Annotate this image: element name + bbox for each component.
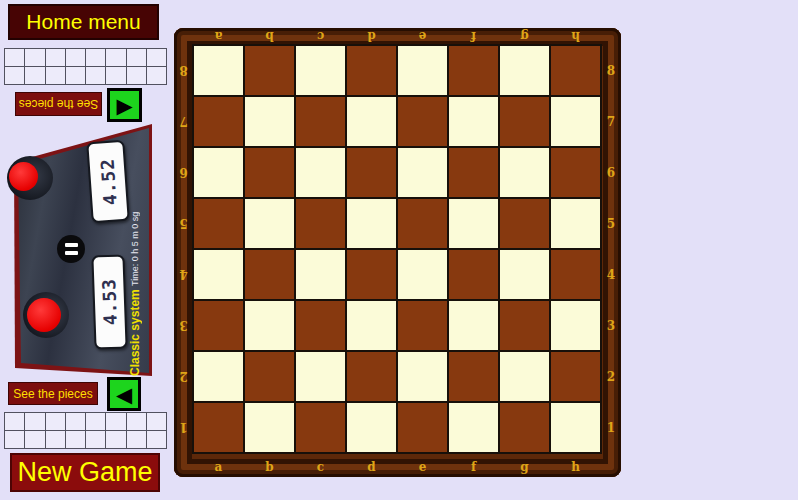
tray-cell — [86, 431, 106, 449]
clock-display-black: 4.53 — [91, 254, 127, 349]
clock-system-label: Classic system — [128, 280, 142, 376]
home-menu-button[interactable]: Home menu — [8, 4, 159, 40]
square-f8[interactable] — [449, 46, 498, 95]
see-the-pieces-label-bottom: See the pieces — [8, 382, 98, 405]
play-forward-icon: ▶ — [116, 95, 132, 116]
square-c5[interactable] — [296, 199, 345, 248]
square-d4[interactable] — [347, 250, 396, 299]
square-c3[interactable] — [296, 301, 345, 350]
clock-pause-button — [57, 235, 85, 263]
tray-cell — [25, 431, 45, 449]
square-h8[interactable] — [551, 46, 600, 95]
tray-cell — [5, 413, 25, 431]
square-g1[interactable] — [500, 403, 549, 452]
square-b4[interactable] — [245, 250, 294, 299]
tray-cell — [127, 431, 147, 449]
file-label-top-g: g — [500, 29, 549, 44]
file-label-top-b: b — [245, 29, 294, 44]
rank-label-right-2: 2 — [603, 352, 619, 401]
square-a3[interactable] — [194, 301, 243, 350]
square-g5[interactable] — [500, 199, 549, 248]
tray-cell — [46, 413, 66, 431]
tray-cell — [106, 49, 126, 67]
tray-cell — [106, 67, 126, 85]
rank-label-right-8: 8 — [603, 46, 619, 95]
square-h1[interactable] — [551, 403, 600, 452]
app-window: { "game": "chess", "position": { "fen": … — [0, 0, 798, 500]
file-label-top-f: f — [449, 29, 498, 44]
square-c8[interactable] — [296, 46, 345, 95]
square-b7[interactable] — [245, 97, 294, 146]
tray-cell — [127, 49, 147, 67]
rank-label-left-5: 5 — [176, 199, 191, 248]
rank-label-right-3: 3 — [603, 301, 619, 350]
square-b2[interactable] — [245, 352, 294, 401]
rank-label-left-1: 1 — [176, 403, 191, 452]
rank-label-left-2: 2 — [176, 352, 191, 401]
square-c4[interactable] — [296, 250, 345, 299]
tray-cell — [66, 49, 86, 67]
new-game-button[interactable]: New Game — [10, 453, 160, 492]
rank-label-right-7: 7 — [603, 97, 619, 146]
clock-time-white: 4.52 — [96, 157, 120, 206]
square-c6[interactable] — [296, 148, 345, 197]
square-a2[interactable] — [194, 352, 243, 401]
square-f4[interactable] — [449, 250, 498, 299]
tray-cell — [147, 67, 167, 85]
square-g6[interactable] — [500, 148, 549, 197]
file-label-bottom-h: h — [551, 458, 600, 475]
square-d3[interactable] — [347, 301, 396, 350]
tray-cell — [5, 431, 25, 449]
square-g8[interactable] — [500, 46, 549, 95]
square-h5[interactable] — [551, 199, 600, 248]
file-label-bottom-c: c — [296, 458, 345, 475]
file-label-top-a: a — [194, 29, 243, 44]
rank-label-left-3: 3 — [176, 301, 191, 350]
clock-time-setting-label: Time: 0 h 5 m 0 sg — [130, 186, 140, 286]
see-pieces-forward-button[interactable]: ▶ — [107, 88, 142, 122]
square-h2[interactable] — [551, 352, 600, 401]
square-g7[interactable] — [500, 97, 549, 146]
tray-cell — [86, 413, 106, 431]
square-f6[interactable] — [449, 148, 498, 197]
square-d6[interactable] — [347, 148, 396, 197]
square-g3[interactable] — [500, 301, 549, 350]
square-b1[interactable] — [245, 403, 294, 452]
square-f2[interactable] — [449, 352, 498, 401]
square-a1[interactable] — [194, 403, 243, 452]
square-g2[interactable] — [500, 352, 549, 401]
tray-cell — [106, 413, 126, 431]
tray-cell — [127, 67, 147, 85]
file-label-bottom-e: e — [398, 458, 447, 475]
square-f1[interactable] — [449, 403, 498, 452]
rank-label-right-6: 6 — [603, 148, 619, 197]
square-e8[interactable] — [398, 46, 447, 95]
file-label-bottom-d: d — [347, 458, 396, 475]
chess-clock: 4.52 4.53 Time: 0 h 5 m 0 sg Classic sys… — [2, 124, 152, 376]
square-f5[interactable] — [449, 199, 498, 248]
clock-red-button-left — [27, 298, 61, 332]
tray-cell — [147, 49, 167, 67]
square-c2[interactable] — [296, 352, 345, 401]
square-d5[interactable] — [347, 199, 396, 248]
square-c1[interactable] — [296, 403, 345, 452]
file-label-bottom-b: b — [245, 458, 294, 475]
rank-label-left-7: 7 — [176, 97, 191, 146]
tray-cell — [147, 431, 167, 449]
captured-pieces-tray-top — [4, 48, 167, 85]
square-e2[interactable] — [398, 352, 447, 401]
file-label-bottom-g: g — [500, 458, 549, 475]
rank-label-right-5: 5 — [603, 199, 619, 248]
square-d2[interactable] — [347, 352, 396, 401]
square-a7[interactable] — [194, 97, 243, 146]
square-e4[interactable] — [398, 250, 447, 299]
board-grid — [192, 44, 602, 454]
square-e1[interactable] — [398, 403, 447, 452]
square-b8[interactable] — [245, 46, 294, 95]
chess-board: aabbccddeeffgghh8877665544332211 — [174, 28, 621, 477]
rank-label-right-1: 1 — [603, 403, 619, 452]
file-label-top-d: d — [347, 29, 396, 44]
square-e3[interactable] — [398, 301, 447, 350]
clock-time-black: 4.53 — [98, 278, 121, 326]
see-pieces-back-button[interactable]: ◀ — [107, 377, 141, 411]
tray-cell — [46, 67, 66, 85]
clock-display-white: 4.52 — [86, 140, 130, 223]
tray-cell — [86, 67, 106, 85]
square-c7[interactable] — [296, 97, 345, 146]
tray-cell — [86, 49, 106, 67]
file-label-top-e: e — [398, 29, 447, 44]
square-b3[interactable] — [245, 301, 294, 350]
file-label-top-c: c — [296, 29, 345, 44]
square-h7[interactable] — [551, 97, 600, 146]
tray-cell — [5, 49, 25, 67]
rank-label-left-8: 8 — [176, 46, 191, 95]
tray-cell — [66, 67, 86, 85]
tray-cell — [127, 413, 147, 431]
rank-label-left-6: 6 — [176, 148, 191, 197]
tray-cell — [147, 413, 167, 431]
square-a4[interactable] — [194, 250, 243, 299]
file-label-bottom-f: f — [449, 458, 498, 475]
tray-cell — [66, 431, 86, 449]
clock-red-button-right — [9, 162, 38, 191]
captured-pieces-tray-bottom — [4, 412, 167, 449]
tray-cell — [25, 67, 45, 85]
rank-label-right-4: 4 — [603, 250, 619, 299]
square-b6[interactable] — [245, 148, 294, 197]
square-a8[interactable] — [194, 46, 243, 95]
see-the-pieces-label-top: See the pieces — [15, 92, 102, 116]
square-h6[interactable] — [551, 148, 600, 197]
file-label-top-h: h — [551, 29, 600, 44]
square-b5[interactable] — [245, 199, 294, 248]
square-d1[interactable] — [347, 403, 396, 452]
tray-cell — [25, 49, 45, 67]
square-d8[interactable] — [347, 46, 396, 95]
tray-cell — [46, 431, 66, 449]
file-label-bottom-a: a — [194, 458, 243, 475]
square-a6[interactable] — [194, 148, 243, 197]
tray-cell — [5, 67, 25, 85]
rank-label-left-4: 4 — [176, 250, 191, 299]
square-h4[interactable] — [551, 250, 600, 299]
tray-cell — [25, 413, 45, 431]
square-a5[interactable] — [194, 199, 243, 248]
square-e7[interactable] — [398, 97, 447, 146]
square-f3[interactable] — [449, 301, 498, 350]
tray-cell — [106, 431, 126, 449]
tray-cell — [66, 413, 86, 431]
play-back-icon: ◀ — [116, 384, 132, 405]
square-h3[interactable] — [551, 301, 600, 350]
square-d7[interactable] — [347, 97, 396, 146]
square-e6[interactable] — [398, 148, 447, 197]
square-f7[interactable] — [449, 97, 498, 146]
square-g4[interactable] — [500, 250, 549, 299]
tray-cell — [46, 49, 66, 67]
square-e5[interactable] — [398, 199, 447, 248]
